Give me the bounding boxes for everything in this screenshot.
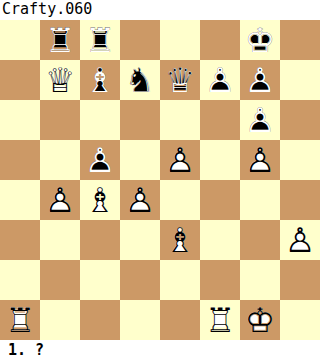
piece-black-bishop[interactable]: ♝♗ — [80, 60, 120, 100]
square-g3[interactable] — [240, 220, 280, 260]
square-e3[interactable]: ♝♗ — [160, 220, 200, 260]
square-e8[interactable] — [160, 20, 200, 60]
square-f7[interactable]: ♟♙ — [200, 60, 240, 100]
square-a5[interactable] — [0, 140, 40, 180]
square-c4[interactable]: ♝♗ — [80, 180, 120, 220]
square-a8[interactable] — [0, 20, 40, 60]
piece-glyph-outline: ♙ — [160, 140, 200, 180]
piece-glyph-outline: ♙ — [120, 180, 160, 220]
window-title: Crafty.060 — [0, 0, 320, 20]
crafty-window: Crafty.060 ♜♖♜♖♚♔♛♕♝♗♞♘♛♕♟♙♟♙♟♙♟♙♟♙♟♙♟♙♝… — [0, 0, 320, 360]
piece-white-pawn[interactable]: ♟♙ — [160, 140, 200, 180]
square-c2[interactable] — [80, 260, 120, 300]
piece-black-pawn[interactable]: ♟♙ — [240, 60, 280, 100]
square-h7[interactable] — [280, 60, 320, 100]
square-a2[interactable] — [0, 260, 40, 300]
square-h4[interactable] — [280, 180, 320, 220]
piece-glyph-outline: ♘ — [120, 60, 160, 100]
square-c7[interactable]: ♝♗ — [80, 60, 120, 100]
square-h1[interactable] — [280, 300, 320, 340]
square-f3[interactable] — [200, 220, 240, 260]
square-f8[interactable] — [200, 20, 240, 60]
piece-glyph-outline: ♕ — [160, 60, 200, 100]
square-b1[interactable] — [40, 300, 80, 340]
square-a3[interactable] — [0, 220, 40, 260]
square-g7[interactable]: ♟♙ — [240, 60, 280, 100]
piece-black-rook[interactable]: ♜♖ — [80, 20, 120, 60]
square-d7[interactable]: ♞♘ — [120, 60, 160, 100]
square-g1[interactable]: ♚♔ — [240, 300, 280, 340]
square-a6[interactable] — [0, 100, 40, 140]
piece-black-pawn[interactable]: ♟♙ — [240, 100, 280, 140]
square-b5[interactable] — [40, 140, 80, 180]
piece-glyph-outline: ♙ — [240, 140, 280, 180]
square-b7[interactable]: ♛♕ — [40, 60, 80, 100]
square-f4[interactable] — [200, 180, 240, 220]
square-e1[interactable] — [160, 300, 200, 340]
square-d2[interactable] — [120, 260, 160, 300]
piece-black-pawn[interactable]: ♟♙ — [200, 60, 240, 100]
square-b2[interactable] — [40, 260, 80, 300]
piece-white-bishop[interactable]: ♝♗ — [160, 220, 200, 260]
piece-black-queen[interactable]: ♛♕ — [160, 60, 200, 100]
piece-black-king[interactable]: ♚♔ — [240, 20, 280, 60]
square-h3[interactable]: ♟♙ — [280, 220, 320, 260]
square-g8[interactable]: ♚♔ — [240, 20, 280, 60]
piece-white-pawn[interactable]: ♟♙ — [240, 140, 280, 180]
square-f5[interactable] — [200, 140, 240, 180]
piece-white-queen[interactable]: ♛♕ — [40, 60, 80, 100]
piece-glyph-outline: ♖ — [80, 20, 120, 60]
piece-white-pawn[interactable]: ♟♙ — [280, 220, 320, 260]
square-a7[interactable] — [0, 60, 40, 100]
piece-glyph-outline: ♔ — [240, 300, 280, 340]
piece-glyph-outline: ♖ — [200, 300, 240, 340]
piece-glyph-outline: ♙ — [240, 100, 280, 140]
square-e6[interactable] — [160, 100, 200, 140]
piece-glyph-outline: ♙ — [200, 60, 240, 100]
piece-glyph-outline: ♙ — [40, 180, 80, 220]
piece-white-pawn[interactable]: ♟♙ — [120, 180, 160, 220]
square-d3[interactable] — [120, 220, 160, 260]
move-prompt: 1. ? — [0, 340, 320, 360]
piece-white-rook[interactable]: ♜♖ — [200, 300, 240, 340]
square-e5[interactable]: ♟♙ — [160, 140, 200, 180]
square-g5[interactable]: ♟♙ — [240, 140, 280, 180]
square-d1[interactable] — [120, 300, 160, 340]
square-b4[interactable]: ♟♙ — [40, 180, 80, 220]
square-e4[interactable] — [160, 180, 200, 220]
square-d4[interactable]: ♟♙ — [120, 180, 160, 220]
piece-white-king[interactable]: ♚♔ — [240, 300, 280, 340]
square-e2[interactable] — [160, 260, 200, 300]
piece-glyph-outline: ♗ — [80, 60, 120, 100]
piece-glyph-outline: ♖ — [40, 20, 80, 60]
square-a4[interactable] — [0, 180, 40, 220]
square-c3[interactable] — [80, 220, 120, 260]
square-f2[interactable] — [200, 260, 240, 300]
square-h6[interactable] — [280, 100, 320, 140]
square-c6[interactable] — [80, 100, 120, 140]
square-h2[interactable] — [280, 260, 320, 300]
piece-glyph-outline: ♕ — [40, 60, 80, 100]
piece-white-bishop[interactable]: ♝♗ — [80, 180, 120, 220]
chess-board[interactable]: ♜♖♜♖♚♔♛♕♝♗♞♘♛♕♟♙♟♙♟♙♟♙♟♙♟♙♟♙♝♗♟♙♝♗♟♙♜♖♜♖… — [0, 20, 320, 340]
square-g2[interactable] — [240, 260, 280, 300]
square-e7[interactable]: ♛♕ — [160, 60, 200, 100]
square-h5[interactable] — [280, 140, 320, 180]
piece-black-rook[interactable]: ♜♖ — [40, 20, 80, 60]
square-b3[interactable] — [40, 220, 80, 260]
square-c8[interactable]: ♜♖ — [80, 20, 120, 60]
piece-glyph-outline: ♙ — [80, 140, 120, 180]
piece-glyph-outline: ♙ — [240, 60, 280, 100]
square-c5[interactable]: ♟♙ — [80, 140, 120, 180]
piece-glyph-outline: ♗ — [80, 180, 120, 220]
square-a1[interactable]: ♜♖ — [0, 300, 40, 340]
square-f6[interactable] — [200, 100, 240, 140]
piece-black-knight[interactable]: ♞♘ — [120, 60, 160, 100]
piece-white-rook[interactable]: ♜♖ — [0, 300, 40, 340]
square-d8[interactable] — [120, 20, 160, 60]
piece-glyph-outline: ♖ — [0, 300, 40, 340]
piece-black-pawn[interactable]: ♟♙ — [80, 140, 120, 180]
piece-glyph-outline: ♙ — [280, 220, 320, 260]
square-b8[interactable]: ♜♖ — [40, 20, 80, 60]
piece-glyph-outline: ♔ — [240, 20, 280, 60]
square-d6[interactable] — [120, 100, 160, 140]
square-g6[interactable]: ♟♙ — [240, 100, 280, 140]
piece-white-pawn[interactable]: ♟♙ — [40, 180, 80, 220]
square-h8[interactable] — [280, 20, 320, 60]
square-g4[interactable] — [240, 180, 280, 220]
square-c1[interactable] — [80, 300, 120, 340]
piece-glyph-outline: ♗ — [160, 220, 200, 260]
square-d5[interactable] — [120, 140, 160, 180]
square-b6[interactable] — [40, 100, 80, 140]
square-f1[interactable]: ♜♖ — [200, 300, 240, 340]
